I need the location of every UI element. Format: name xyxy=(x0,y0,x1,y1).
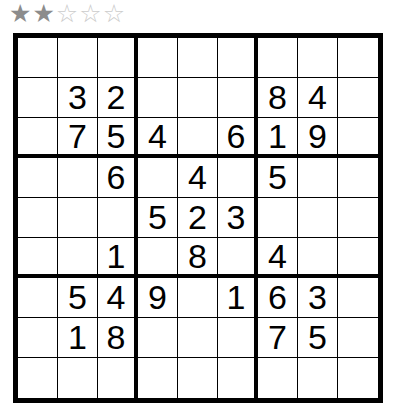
cell-r5c5[interactable]: 2 xyxy=(178,198,218,238)
cell-r2c7[interactable]: 8 xyxy=(258,78,298,118)
cell-r6c6[interactable] xyxy=(218,238,258,278)
cell-r3c6[interactable]: 6 xyxy=(218,118,258,158)
difficulty-rating: ★★☆☆☆ xyxy=(9,0,126,28)
cell-r7c5[interactable] xyxy=(178,278,218,318)
cell-r4c7[interactable]: 5 xyxy=(258,158,298,198)
cell-r8c6[interactable] xyxy=(218,318,258,358)
cell-r9c6[interactable] xyxy=(218,358,258,398)
cell-r2c4[interactable] xyxy=(138,78,178,118)
cell-r3c5[interactable] xyxy=(178,118,218,158)
cell-r3c1[interactable] xyxy=(18,118,58,158)
sudoku-board: 32847546196455231845491631875 xyxy=(13,33,383,403)
cell-r7c1[interactable] xyxy=(18,278,58,318)
star-empty-icon: ☆ xyxy=(56,0,79,28)
star-filled-icon: ★ xyxy=(9,0,32,28)
cell-r6c7[interactable]: 4 xyxy=(258,238,298,278)
cell-r9c8[interactable] xyxy=(298,358,338,398)
star-filled-icon: ★ xyxy=(32,0,55,28)
cell-r8c1[interactable] xyxy=(18,318,58,358)
cell-r9c3[interactable] xyxy=(98,358,138,398)
cell-r6c5[interactable]: 8 xyxy=(178,238,218,278)
cell-r6c3[interactable]: 1 xyxy=(98,238,138,278)
star-empty-icon: ☆ xyxy=(79,0,102,28)
cell-r5c8[interactable] xyxy=(298,198,338,238)
cell-r8c7[interactable]: 7 xyxy=(258,318,298,358)
star-empty-icon: ☆ xyxy=(103,0,126,28)
cell-r9c9[interactable] xyxy=(338,358,378,398)
cell-r2c2[interactable]: 3 xyxy=(58,78,98,118)
cell-r4c5[interactable]: 4 xyxy=(178,158,218,198)
cell-r6c4[interactable] xyxy=(138,238,178,278)
cell-r5c2[interactable] xyxy=(58,198,98,238)
cell-r1c6[interactable] xyxy=(218,38,258,78)
cell-r3c2[interactable]: 7 xyxy=(58,118,98,158)
cell-r3c7[interactable]: 1 xyxy=(258,118,298,158)
cell-r4c4[interactable] xyxy=(138,158,178,198)
cell-r9c1[interactable] xyxy=(18,358,58,398)
cell-r1c5[interactable] xyxy=(178,38,218,78)
cell-r6c8[interactable] xyxy=(298,238,338,278)
cell-r5c9[interactable] xyxy=(338,198,378,238)
cell-r6c2[interactable] xyxy=(58,238,98,278)
cell-r5c3[interactable] xyxy=(98,198,138,238)
cell-r7c9[interactable] xyxy=(338,278,378,318)
cell-r1c2[interactable] xyxy=(58,38,98,78)
cell-r3c9[interactable] xyxy=(338,118,378,158)
cell-r4c3[interactable]: 6 xyxy=(98,158,138,198)
cell-r5c6[interactable]: 3 xyxy=(218,198,258,238)
cell-r4c1[interactable] xyxy=(18,158,58,198)
cell-r3c3[interactable]: 5 xyxy=(98,118,138,158)
cell-r2c6[interactable] xyxy=(218,78,258,118)
cell-r8c2[interactable]: 1 xyxy=(58,318,98,358)
cell-r4c2[interactable] xyxy=(58,158,98,198)
cell-r7c6[interactable]: 1 xyxy=(218,278,258,318)
cell-r9c2[interactable] xyxy=(58,358,98,398)
cell-r8c4[interactable] xyxy=(138,318,178,358)
sudoku-page: ★★☆☆☆ 32847546196455231845491631875 xyxy=(0,0,397,415)
cell-r8c9[interactable] xyxy=(338,318,378,358)
cell-r9c4[interactable] xyxy=(138,358,178,398)
cell-r9c7[interactable] xyxy=(258,358,298,398)
cell-r1c1[interactable] xyxy=(18,38,58,78)
cell-r3c4[interactable]: 4 xyxy=(138,118,178,158)
cell-r5c1[interactable] xyxy=(18,198,58,238)
cell-r3c8[interactable]: 9 xyxy=(298,118,338,158)
cell-r2c1[interactable] xyxy=(18,78,58,118)
cell-r6c9[interactable] xyxy=(338,238,378,278)
cell-r9c5[interactable] xyxy=(178,358,218,398)
cell-r1c3[interactable] xyxy=(98,38,138,78)
cell-r6c1[interactable] xyxy=(18,238,58,278)
cell-r2c9[interactable] xyxy=(338,78,378,118)
cell-r1c4[interactable] xyxy=(138,38,178,78)
cell-r8c5[interactable] xyxy=(178,318,218,358)
cell-r2c3[interactable]: 2 xyxy=(98,78,138,118)
cell-r1c9[interactable] xyxy=(338,38,378,78)
cell-r8c8[interactable]: 5 xyxy=(298,318,338,358)
cell-r7c2[interactable]: 5 xyxy=(58,278,98,318)
cell-r4c6[interactable] xyxy=(218,158,258,198)
cell-r1c8[interactable] xyxy=(298,38,338,78)
cell-r7c7[interactable]: 6 xyxy=(258,278,298,318)
cell-r8c3[interactable]: 8 xyxy=(98,318,138,358)
cell-r4c8[interactable] xyxy=(298,158,338,198)
cell-r2c5[interactable] xyxy=(178,78,218,118)
cell-r5c4[interactable]: 5 xyxy=(138,198,178,238)
cell-r1c7[interactable] xyxy=(258,38,298,78)
cell-r2c8[interactable]: 4 xyxy=(298,78,338,118)
cell-r4c9[interactable] xyxy=(338,158,378,198)
cell-r7c8[interactable]: 3 xyxy=(298,278,338,318)
cell-r5c7[interactable] xyxy=(258,198,298,238)
cell-r7c4[interactable]: 9 xyxy=(138,278,178,318)
cell-r7c3[interactable]: 4 xyxy=(98,278,138,318)
